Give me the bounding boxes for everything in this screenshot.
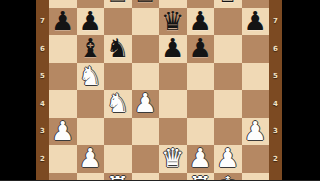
chess-screenshot-stage: 87654321 ♜♜♚♟♟♛♟♟♝♞♟♟♞♞♟♟♟♟♛♟♟♜♜♚ 876543… — [0, 0, 320, 180]
chess-board: ♜♜♚♟♟♛♟♟♝♞♟♟♞♞♟♟♟♟♛♟♟♜♜♚ — [49, 0, 269, 180]
square-d8[interactable]: ♜ — [132, 0, 160, 8]
piece-white-R-c1[interactable]: ♜ — [106, 173, 129, 181]
rank-label-5: 5 — [36, 72, 49, 80]
rank-label-2: 2 — [269, 155, 282, 163]
square-f4[interactable] — [187, 90, 215, 118]
square-d2[interactable] — [132, 145, 160, 173]
square-h1[interactable] — [242, 173, 270, 181]
square-a6[interactable] — [49, 35, 77, 63]
square-e5[interactable] — [159, 63, 187, 91]
piece-black-P-b7[interactable]: ♟ — [79, 8, 102, 36]
square-d1[interactable] — [132, 173, 160, 181]
square-c8[interactable]: ♜ — [104, 0, 132, 8]
square-c4[interactable]: ♞ — [104, 90, 132, 118]
square-h3[interactable]: ♟ — [242, 118, 270, 146]
square-g4[interactable] — [214, 90, 242, 118]
square-a1[interactable] — [49, 173, 77, 181]
square-f2[interactable]: ♟ — [187, 145, 215, 173]
square-f1[interactable]: ♜ — [187, 173, 215, 181]
piece-white-R-f1[interactable]: ♜ — [189, 173, 212, 181]
square-g6[interactable] — [214, 35, 242, 63]
rank-labels-right-border: 87654321 — [269, 0, 282, 180]
square-c5[interactable] — [104, 63, 132, 91]
piece-black-P-e6[interactable]: ♟ — [161, 35, 184, 63]
square-g8[interactable]: ♚ — [214, 0, 242, 8]
piece-white-Q-e2[interactable]: ♛ — [161, 145, 184, 173]
square-c6[interactable]: ♞ — [104, 35, 132, 63]
square-g7[interactable] — [214, 8, 242, 36]
square-e1[interactable] — [159, 173, 187, 181]
rank-label-3: 3 — [269, 127, 282, 135]
square-b2[interactable]: ♟ — [77, 145, 105, 173]
rank-labels-left-border: 87654321 — [36, 0, 49, 180]
piece-black-R-d8[interactable]: ♜ — [134, 0, 157, 8]
square-g1[interactable]: ♚ — [214, 173, 242, 181]
piece-white-P-d4[interactable]: ♟ — [134, 90, 157, 118]
square-a2[interactable] — [49, 145, 77, 173]
piece-white-P-f2[interactable]: ♟ — [189, 145, 212, 173]
square-b5[interactable]: ♞ — [77, 63, 105, 91]
square-d3[interactable] — [132, 118, 160, 146]
piece-black-P-f7[interactable]: ♟ — [189, 8, 212, 36]
piece-white-K-g1[interactable]: ♚ — [216, 173, 239, 181]
square-e7[interactable]: ♛ — [159, 8, 187, 36]
rank-label-7: 7 — [269, 17, 282, 25]
square-b6[interactable]: ♝ — [77, 35, 105, 63]
square-b4[interactable] — [77, 90, 105, 118]
square-c1[interactable]: ♜ — [104, 173, 132, 181]
piece-black-B-b6[interactable]: ♝ — [79, 35, 102, 63]
piece-white-P-g2[interactable]: ♟ — [216, 145, 239, 173]
square-g2[interactable]: ♟ — [214, 145, 242, 173]
square-e4[interactable] — [159, 90, 187, 118]
square-h5[interactable] — [242, 63, 270, 91]
rank-label-7: 7 — [36, 17, 49, 25]
rank-label-4: 4 — [36, 100, 49, 108]
square-a3[interactable]: ♟ — [49, 118, 77, 146]
square-g3[interactable] — [214, 118, 242, 146]
piece-white-N-c4[interactable]: ♞ — [106, 90, 129, 118]
square-h6[interactable] — [242, 35, 270, 63]
piece-black-K-g8[interactable]: ♚ — [216, 0, 239, 8]
piece-black-P-a7[interactable]: ♟ — [51, 8, 74, 36]
square-g5[interactable] — [214, 63, 242, 91]
piece-black-R-c8[interactable]: ♜ — [106, 0, 129, 8]
square-e6[interactable]: ♟ — [159, 35, 187, 63]
square-b3[interactable] — [77, 118, 105, 146]
square-c3[interactable] — [104, 118, 132, 146]
square-h2[interactable] — [242, 145, 270, 173]
square-h7[interactable]: ♟ — [242, 8, 270, 36]
piece-black-Q-e7[interactable]: ♛ — [161, 8, 184, 36]
square-b7[interactable]: ♟ — [77, 8, 105, 36]
square-c7[interactable] — [104, 8, 132, 36]
square-d6[interactable] — [132, 35, 160, 63]
square-e3[interactable] — [159, 118, 187, 146]
square-b1[interactable] — [77, 173, 105, 181]
square-d5[interactable] — [132, 63, 160, 91]
square-e2[interactable]: ♛ — [159, 145, 187, 173]
right-letterbox-bar — [282, 0, 320, 180]
piece-white-P-a3[interactable]: ♟ — [51, 118, 74, 146]
square-f6[interactable]: ♟ — [187, 35, 215, 63]
square-a7[interactable]: ♟ — [49, 8, 77, 36]
rank-label-6: 6 — [36, 45, 49, 53]
piece-white-P-b2[interactable]: ♟ — [79, 145, 102, 173]
rank-label-3: 3 — [36, 127, 49, 135]
square-c2[interactable] — [104, 145, 132, 173]
square-d7[interactable] — [132, 8, 160, 36]
square-d4[interactable]: ♟ — [132, 90, 160, 118]
piece-white-N-b5[interactable]: ♞ — [79, 63, 102, 91]
rank-label-6: 6 — [269, 45, 282, 53]
rank-label-5: 5 — [269, 72, 282, 80]
piece-white-P-h3[interactable]: ♟ — [244, 118, 267, 146]
piece-black-P-f6[interactable]: ♟ — [189, 35, 212, 63]
piece-black-P-h7[interactable]: ♟ — [244, 8, 267, 36]
square-a5[interactable] — [49, 63, 77, 91]
square-f7[interactable]: ♟ — [187, 8, 215, 36]
square-a4[interactable] — [49, 90, 77, 118]
square-h4[interactable] — [242, 90, 270, 118]
left-letterbox-bar — [0, 0, 36, 180]
square-f3[interactable] — [187, 118, 215, 146]
piece-black-N-c6[interactable]: ♞ — [106, 35, 129, 63]
square-f5[interactable] — [187, 63, 215, 91]
rank-label-4: 4 — [269, 100, 282, 108]
rank-label-2: 2 — [36, 155, 49, 163]
